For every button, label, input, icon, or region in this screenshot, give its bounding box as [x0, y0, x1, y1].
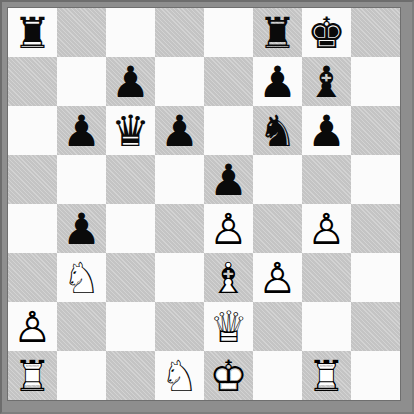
- black-rook-glyph: ♜: [253, 8, 302, 57]
- square-e7[interactable]: [204, 57, 253, 106]
- square-e5[interactable]: ♟: [204, 155, 253, 204]
- square-f4[interactable]: [253, 204, 302, 253]
- white-pawn[interactable]: ♟♙: [204, 204, 253, 253]
- square-h7[interactable]: [351, 57, 400, 106]
- square-b1[interactable]: [57, 351, 106, 400]
- white-rook-glyph: ♖: [8, 351, 57, 400]
- square-a6[interactable]: [8, 106, 57, 155]
- square-h4[interactable]: [351, 204, 400, 253]
- black-queen[interactable]: ♛: [106, 106, 155, 155]
- black-pawn-glyph: ♟: [106, 57, 155, 106]
- square-c7[interactable]: ♟: [106, 57, 155, 106]
- black-pawn-glyph: ♟: [253, 57, 302, 106]
- white-pawn-glyph: ♙: [253, 253, 302, 302]
- square-e4[interactable]: ♟♙: [204, 204, 253, 253]
- white-pawn-glyph: ♙: [204, 204, 253, 253]
- square-d6[interactable]: ♟: [155, 106, 204, 155]
- black-pawn[interactable]: ♟: [155, 106, 204, 155]
- square-c3[interactable]: [106, 253, 155, 302]
- square-f5[interactable]: [253, 155, 302, 204]
- black-pawn[interactable]: ♟: [57, 204, 106, 253]
- square-a8[interactable]: ♜: [8, 8, 57, 57]
- square-e8[interactable]: [204, 8, 253, 57]
- square-c2[interactable]: [106, 302, 155, 351]
- square-g7[interactable]: ♝: [302, 57, 351, 106]
- square-a1[interactable]: ♜♖: [8, 351, 57, 400]
- square-f3[interactable]: ♟♙: [253, 253, 302, 302]
- square-a3[interactable]: [8, 253, 57, 302]
- white-rook[interactable]: ♜♖: [302, 351, 351, 400]
- square-b5[interactable]: [57, 155, 106, 204]
- square-f7[interactable]: ♟: [253, 57, 302, 106]
- black-pawn-glyph: ♟: [155, 106, 204, 155]
- white-bishop[interactable]: ♝♗: [204, 253, 253, 302]
- white-knight-glyph: ♘: [57, 253, 106, 302]
- black-king[interactable]: ♚: [302, 8, 351, 57]
- square-e1[interactable]: ♚♔: [204, 351, 253, 400]
- square-c5[interactable]: [106, 155, 155, 204]
- white-rook[interactable]: ♜♖: [8, 351, 57, 400]
- black-king-glyph: ♚: [302, 8, 351, 57]
- black-pawn[interactable]: ♟: [302, 106, 351, 155]
- square-e2[interactable]: ♛♕: [204, 302, 253, 351]
- square-f1[interactable]: [253, 351, 302, 400]
- square-g4[interactable]: ♟♙: [302, 204, 351, 253]
- black-pawn[interactable]: ♟: [106, 57, 155, 106]
- square-g5[interactable]: [302, 155, 351, 204]
- square-g1[interactable]: ♜♖: [302, 351, 351, 400]
- white-rook-glyph: ♖: [302, 351, 351, 400]
- white-knight-glyph: ♘: [155, 351, 204, 400]
- square-h8[interactable]: [351, 8, 400, 57]
- square-d1[interactable]: ♞♘: [155, 351, 204, 400]
- square-a5[interactable]: [8, 155, 57, 204]
- square-a7[interactable]: [8, 57, 57, 106]
- black-bishop-glyph: ♝: [302, 57, 351, 106]
- square-b2[interactable]: [57, 302, 106, 351]
- square-b3[interactable]: ♞♘: [57, 253, 106, 302]
- black-knight[interactable]: ♞: [253, 106, 302, 155]
- white-pawn[interactable]: ♟♙: [253, 253, 302, 302]
- square-g6[interactable]: ♟: [302, 106, 351, 155]
- square-g8[interactable]: ♚: [302, 8, 351, 57]
- square-h2[interactable]: [351, 302, 400, 351]
- square-h3[interactable]: [351, 253, 400, 302]
- square-d4[interactable]: [155, 204, 204, 253]
- white-king-glyph: ♔: [204, 351, 253, 400]
- square-b6[interactable]: ♟: [57, 106, 106, 155]
- white-pawn-glyph: ♙: [8, 302, 57, 351]
- white-queen-glyph: ♕: [204, 302, 253, 351]
- black-queen-glyph: ♛: [106, 106, 155, 155]
- square-c4[interactable]: [106, 204, 155, 253]
- square-f6[interactable]: ♞: [253, 106, 302, 155]
- white-queen[interactable]: ♛♕: [204, 302, 253, 351]
- board-frame: ♜♜♚♟♟♝♟♛♟♞♟♟♟♟♙♟♙♞♘♝♗♟♙♟♙♛♕♜♖♞♘♚♔♜♖: [0, 0, 414, 414]
- square-b8[interactable]: [57, 8, 106, 57]
- square-d7[interactable]: [155, 57, 204, 106]
- black-bishop[interactable]: ♝: [302, 57, 351, 106]
- black-pawn-glyph: ♟: [57, 204, 106, 253]
- square-c6[interactable]: ♛: [106, 106, 155, 155]
- black-pawn[interactable]: ♟: [57, 106, 106, 155]
- square-d2[interactable]: [155, 302, 204, 351]
- square-c1[interactable]: [106, 351, 155, 400]
- white-knight[interactable]: ♞♘: [57, 253, 106, 302]
- square-e6[interactable]: [204, 106, 253, 155]
- square-b4[interactable]: ♟: [57, 204, 106, 253]
- square-g2[interactable]: [302, 302, 351, 351]
- square-d8[interactable]: [155, 8, 204, 57]
- white-pawn[interactable]: ♟♙: [8, 302, 57, 351]
- square-a2[interactable]: ♟♙: [8, 302, 57, 351]
- black-rook-glyph: ♜: [8, 8, 57, 57]
- black-pawn-glyph: ♟: [302, 106, 351, 155]
- black-pawn-glyph: ♟: [57, 106, 106, 155]
- chess-board: ♜♜♚♟♟♝♟♛♟♞♟♟♟♟♙♟♙♞♘♝♗♟♙♟♙♛♕♜♖♞♘♚♔♜♖: [8, 8, 400, 400]
- square-h5[interactable]: [351, 155, 400, 204]
- black-pawn-glyph: ♟: [204, 155, 253, 204]
- black-pawn[interactable]: ♟: [253, 57, 302, 106]
- square-b7[interactable]: [57, 57, 106, 106]
- white-knight[interactable]: ♞♘: [155, 351, 204, 400]
- black-rook[interactable]: ♜: [253, 8, 302, 57]
- square-g3[interactable]: [302, 253, 351, 302]
- square-d3[interactable]: [155, 253, 204, 302]
- square-c8[interactable]: [106, 8, 155, 57]
- white-king[interactable]: ♚♔: [204, 351, 253, 400]
- white-pawn[interactable]: ♟♙: [302, 204, 351, 253]
- square-a4[interactable]: [8, 204, 57, 253]
- square-f8[interactable]: ♜: [253, 8, 302, 57]
- black-knight-glyph: ♞: [253, 106, 302, 155]
- square-h6[interactable]: [351, 106, 400, 155]
- square-h1[interactable]: [351, 351, 400, 400]
- square-d5[interactable]: [155, 155, 204, 204]
- white-pawn-glyph: ♙: [302, 204, 351, 253]
- black-rook[interactable]: ♜: [8, 8, 57, 57]
- square-e3[interactable]: ♝♗: [204, 253, 253, 302]
- black-pawn[interactable]: ♟: [204, 155, 253, 204]
- square-f2[interactable]: [253, 302, 302, 351]
- white-bishop-glyph: ♗: [204, 253, 253, 302]
